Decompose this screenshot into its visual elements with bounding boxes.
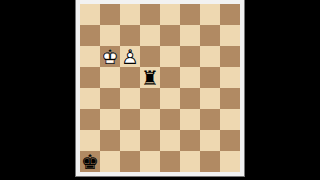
square-e5[interactable] [160,67,180,88]
square-f8[interactable] [180,4,200,25]
square-g3[interactable] [200,109,220,130]
square-a6[interactable] [80,46,100,67]
black-rook-piece[interactable]: ♜ [140,67,160,88]
square-f2[interactable] [180,130,200,151]
square-b2[interactable] [100,130,120,151]
square-b1[interactable] [100,151,120,172]
chess-board-frame: ♚♔♟♙♜♚ [76,0,244,176]
square-c1[interactable] [120,151,140,172]
white-pawn-piece-fill: ♟ [120,46,140,67]
square-e7[interactable] [160,25,180,46]
square-a5[interactable] [80,67,100,88]
square-c3[interactable] [120,109,140,130]
square-f5[interactable] [180,67,200,88]
white-king-piece[interactable]: ♔ [100,46,120,67]
square-c2[interactable] [120,130,140,151]
black-king-piece[interactable]: ♚ [80,151,100,172]
square-c4[interactable] [120,88,140,109]
square-h3[interactable] [220,109,240,130]
square-a7[interactable] [80,25,100,46]
square-c5[interactable] [120,67,140,88]
square-d4[interactable] [140,88,160,109]
square-d1[interactable] [140,151,160,172]
square-d2[interactable] [140,130,160,151]
square-h4[interactable] [220,88,240,109]
square-e1[interactable] [160,151,180,172]
square-c6[interactable]: ♟♙ [120,46,140,67]
square-g7[interactable] [200,25,220,46]
square-e3[interactable] [160,109,180,130]
square-g2[interactable] [200,130,220,151]
square-a3[interactable] [80,109,100,130]
square-e4[interactable] [160,88,180,109]
square-f1[interactable] [180,151,200,172]
square-g5[interactable] [200,67,220,88]
square-e8[interactable] [160,4,180,25]
square-f3[interactable] [180,109,200,130]
square-d5[interactable]: ♜ [140,67,160,88]
square-g1[interactable] [200,151,220,172]
square-b8[interactable] [100,4,120,25]
square-h2[interactable] [220,130,240,151]
square-b7[interactable] [100,25,120,46]
square-b3[interactable] [100,109,120,130]
square-a8[interactable] [80,4,100,25]
white-king-piece-fill: ♚ [100,46,120,67]
square-h8[interactable] [220,4,240,25]
chess-board: ♚♔♟♙♜♚ [80,4,240,172]
square-a2[interactable] [80,130,100,151]
square-d7[interactable] [140,25,160,46]
square-h5[interactable] [220,67,240,88]
square-c7[interactable] [120,25,140,46]
square-e2[interactable] [160,130,180,151]
square-a1[interactable]: ♚ [80,151,100,172]
square-a4[interactable] [80,88,100,109]
square-f6[interactable] [180,46,200,67]
square-b4[interactable] [100,88,120,109]
square-e6[interactable] [160,46,180,67]
square-d6[interactable] [140,46,160,67]
square-f4[interactable] [180,88,200,109]
square-g4[interactable] [200,88,220,109]
square-b6[interactable]: ♚♔ [100,46,120,67]
square-c8[interactable] [120,4,140,25]
square-h1[interactable] [220,151,240,172]
square-d3[interactable] [140,109,160,130]
square-d8[interactable] [140,4,160,25]
white-pawn-piece[interactable]: ♙ [120,46,140,67]
square-b5[interactable] [100,67,120,88]
letterbox-background: ♚♔♟♙♜♚ [0,0,320,180]
square-f7[interactable] [180,25,200,46]
square-h7[interactable] [220,25,240,46]
square-h6[interactable] [220,46,240,67]
square-g8[interactable] [200,4,220,25]
square-g6[interactable] [200,46,220,67]
